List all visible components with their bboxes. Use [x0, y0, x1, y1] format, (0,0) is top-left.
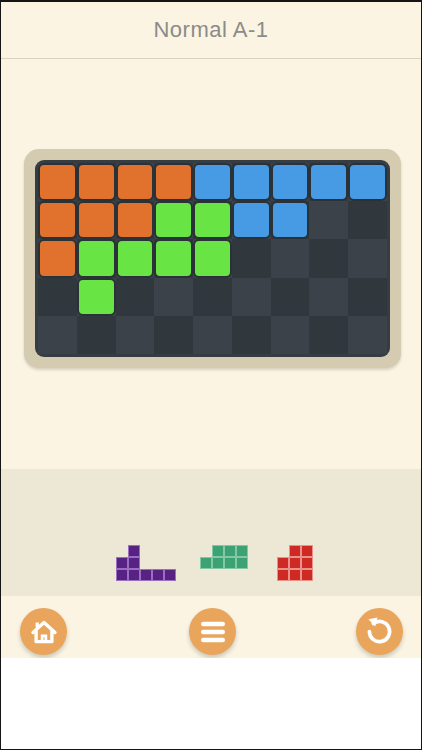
board-cell — [309, 201, 348, 239]
board-cell — [348, 201, 387, 239]
menu-icon — [197, 620, 229, 644]
tray-piece-purple[interactable] — [116, 545, 176, 581]
piece-cell — [212, 545, 224, 557]
board-cell — [193, 316, 232, 354]
board-cell — [154, 316, 193, 354]
board-cell — [348, 163, 387, 201]
board-cell — [38, 239, 77, 277]
piece-cell — [128, 545, 140, 557]
blue-block — [271, 201, 310, 239]
piece-empty-cell — [116, 545, 128, 557]
board-cell — [232, 239, 271, 277]
orange-block — [38, 163, 77, 201]
piece-cell — [277, 557, 289, 569]
piece-cell — [152, 569, 164, 581]
board-cell — [348, 278, 387, 316]
green-block — [193, 239, 232, 277]
board-cell — [116, 163, 155, 201]
piece-empty-cell — [277, 545, 289, 557]
board-cell — [77, 201, 116, 239]
orange-block — [38, 239, 77, 277]
board-cell — [309, 163, 348, 201]
board-cell — [116, 278, 155, 316]
piece-cell — [140, 569, 152, 581]
bottom-spacer — [1, 658, 421, 750]
green-block — [116, 239, 155, 277]
board-cell — [271, 316, 310, 354]
tray-piece-green[interactable] — [200, 545, 248, 569]
title-bar: Normal A-1 — [1, 2, 421, 59]
tray-piece-red[interactable] — [277, 545, 313, 581]
piece-cell — [224, 545, 236, 557]
board-cell — [77, 278, 116, 316]
board-cell — [309, 316, 348, 354]
piece-empty-cell — [140, 545, 152, 557]
board-cell — [77, 163, 116, 201]
orange-block — [38, 201, 77, 239]
blue-block — [271, 163, 310, 201]
board-cell — [38, 201, 77, 239]
menu-button[interactable] — [189, 608, 236, 655]
piece-empty-cell — [164, 545, 176, 557]
board-cell — [232, 201, 271, 239]
piece-cell — [224, 557, 236, 569]
board-cell — [271, 201, 310, 239]
blue-block — [309, 163, 348, 201]
piece-cell — [236, 545, 248, 557]
board-cell — [193, 163, 232, 201]
orange-block — [116, 163, 155, 201]
green-block — [193, 201, 232, 239]
board-cell — [193, 201, 232, 239]
piece-empty-cell — [152, 557, 164, 569]
board-cell — [271, 239, 310, 277]
board-cell — [154, 278, 193, 316]
board-cell — [232, 278, 271, 316]
piece-cell — [301, 569, 313, 581]
board-cell — [116, 239, 155, 277]
piece-cell — [277, 569, 289, 581]
green-block — [77, 239, 116, 277]
home-icon — [29, 617, 59, 647]
board-cell — [116, 316, 155, 354]
piece-cell — [128, 557, 140, 569]
blue-block — [232, 163, 271, 201]
board-cell — [38, 316, 77, 354]
board-cell — [38, 163, 77, 201]
page-title: Normal A-1 — [153, 17, 268, 43]
piece-cell — [116, 557, 128, 569]
orange-block — [154, 163, 193, 201]
board-cell — [154, 163, 193, 201]
piece-cell — [289, 557, 301, 569]
board-cell — [309, 239, 348, 277]
board-cell — [38, 278, 77, 316]
green-block — [154, 239, 193, 277]
app-root: Normal A-1 — [0, 0, 422, 750]
orange-block — [77, 201, 116, 239]
board-cell — [348, 316, 387, 354]
piece-empty-cell — [200, 545, 212, 557]
piece-empty-cell — [164, 557, 176, 569]
board-cell — [232, 163, 271, 201]
orange-block — [116, 201, 155, 239]
piece-cell — [289, 569, 301, 581]
board-cell — [348, 239, 387, 277]
piece-cell — [236, 557, 248, 569]
orange-block — [77, 163, 116, 201]
piece-cell — [301, 545, 313, 557]
board-cell — [271, 163, 310, 201]
restart-icon — [364, 616, 395, 647]
board-cell — [77, 316, 116, 354]
green-block — [77, 278, 116, 316]
board-cell — [116, 201, 155, 239]
piece-tray — [1, 469, 421, 596]
board-cell — [193, 278, 232, 316]
board-cell — [271, 278, 310, 316]
blue-block — [348, 163, 387, 201]
blue-block — [193, 163, 232, 201]
restart-button[interactable] — [356, 608, 403, 655]
piece-cell — [289, 545, 301, 557]
blue-block — [232, 201, 271, 239]
piece-cell — [212, 557, 224, 569]
piece-cell — [200, 557, 212, 569]
board-cell — [309, 278, 348, 316]
piece-empty-cell — [140, 557, 152, 569]
board-cell — [154, 201, 193, 239]
green-block — [154, 201, 193, 239]
board-grid[interactable] — [35, 160, 390, 357]
board-cell — [77, 239, 116, 277]
piece-empty-cell — [152, 545, 164, 557]
board-cell — [232, 316, 271, 354]
piece-cell — [128, 569, 140, 581]
board-cell — [193, 239, 232, 277]
piece-cell — [116, 569, 128, 581]
piece-cell — [164, 569, 176, 581]
home-button[interactable] — [20, 608, 67, 655]
board-frame — [24, 149, 401, 368]
board-cell — [154, 239, 193, 277]
piece-cell — [301, 557, 313, 569]
